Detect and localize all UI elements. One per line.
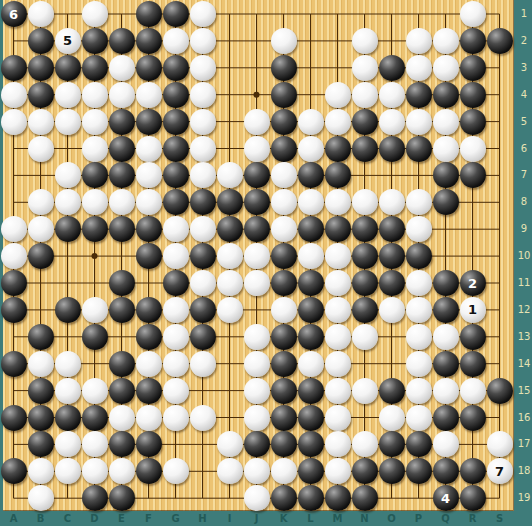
stone[interactable] [82,162,108,188]
stone[interactable] [433,136,459,162]
stone[interactable] [136,82,162,108]
stone[interactable] [109,485,135,511]
stone[interactable] [1,405,27,431]
stone[interactable] [298,297,324,323]
stone[interactable] [352,55,378,81]
stone[interactable] [271,28,297,54]
stone[interactable] [82,1,108,27]
stone[interactable] [190,243,216,269]
stone[interactable] [136,28,162,54]
stone[interactable] [163,216,189,242]
stone[interactable] [244,324,270,350]
stone[interactable] [244,378,270,404]
row-label: 10 [516,250,532,261]
stone[interactable] [352,109,378,135]
stone[interactable] [244,136,270,162]
stone[interactable] [298,405,324,431]
stone[interactable] [433,297,459,323]
stone[interactable] [298,270,324,296]
stone[interactable] [352,28,378,54]
stone[interactable] [28,243,54,269]
stone[interactable] [271,297,297,323]
stone[interactable] [298,162,324,188]
stone[interactable] [163,324,189,350]
stone[interactable] [352,243,378,269]
stone[interactable] [325,189,351,215]
stone[interactable] [244,405,270,431]
stone[interactable] [1,297,27,323]
stone[interactable] [109,109,135,135]
stone[interactable] [136,351,162,377]
stone[interactable] [163,405,189,431]
stone[interactable] [406,297,432,323]
stone[interactable] [406,431,432,457]
stone[interactable] [190,162,216,188]
stone[interactable] [298,378,324,404]
stone[interactable] [163,136,189,162]
stone[interactable] [271,189,297,215]
stone[interactable] [271,378,297,404]
stone[interactable] [55,189,81,215]
stone[interactable] [460,458,486,484]
stone[interactable] [190,216,216,242]
stone[interactable] [379,458,405,484]
stone[interactable] [271,162,297,188]
stone[interactable] [352,82,378,108]
stone[interactable] [244,431,270,457]
stone[interactable] [244,189,270,215]
stone[interactable] [298,136,324,162]
stone[interactable] [325,405,351,431]
stone[interactable] [28,28,54,54]
stone[interactable] [163,55,189,81]
stone[interactable] [217,270,243,296]
stone[interactable] [55,378,81,404]
stone[interactable] [244,216,270,242]
stone[interactable] [433,458,459,484]
stone[interactable] [406,243,432,269]
stone[interactable] [109,82,135,108]
numbered-move-stone[interactable]: 7 [487,458,513,484]
column-label: G [168,513,184,524]
stone[interactable] [406,458,432,484]
stone[interactable] [217,458,243,484]
stone[interactable] [406,28,432,54]
stone[interactable] [82,216,108,242]
stone[interactable] [136,189,162,215]
stone[interactable] [190,270,216,296]
stone[interactable] [433,109,459,135]
row-label: 3 [516,62,532,73]
stone[interactable] [82,405,108,431]
stone[interactable] [190,28,216,54]
stone[interactable] [82,28,108,54]
stone[interactable] [298,431,324,457]
stone[interactable] [460,28,486,54]
stone[interactable] [28,324,54,350]
stone[interactable] [460,351,486,377]
stone[interactable] [55,405,81,431]
stone[interactable] [406,378,432,404]
stone[interactable] [82,297,108,323]
stone[interactable] [379,109,405,135]
stone[interactable] [325,431,351,457]
stone[interactable] [82,55,108,81]
stone[interactable] [460,405,486,431]
stone[interactable] [460,109,486,135]
stone[interactable] [82,82,108,108]
stone[interactable] [55,458,81,484]
stone[interactable] [379,189,405,215]
stone[interactable] [433,270,459,296]
stone[interactable] [28,458,54,484]
stone[interactable] [28,485,54,511]
stone[interactable] [244,458,270,484]
stone[interactable] [352,136,378,162]
stone[interactable] [28,216,54,242]
stone[interactable] [28,55,54,81]
stone[interactable] [136,109,162,135]
stone[interactable] [109,136,135,162]
stone[interactable] [325,136,351,162]
stone[interactable] [406,109,432,135]
stone[interactable] [271,324,297,350]
stone[interactable] [136,405,162,431]
stone[interactable] [325,216,351,242]
stone[interactable] [217,216,243,242]
row-label: 2 [516,35,532,46]
stone[interactable] [109,297,135,323]
stone[interactable] [325,324,351,350]
column-label: B [33,513,49,524]
stone[interactable] [460,136,486,162]
stone[interactable] [379,270,405,296]
stone[interactable] [163,28,189,54]
stone[interactable] [109,28,135,54]
column-label: D [87,513,103,524]
stone[interactable] [1,55,27,81]
column-label: O [384,513,400,524]
row-label: 14 [516,358,532,369]
stone[interactable] [163,109,189,135]
stone[interactable] [298,324,324,350]
stone[interactable] [1,216,27,242]
stone[interactable] [136,55,162,81]
stone[interactable] [136,1,162,27]
stone[interactable] [190,351,216,377]
stone[interactable] [433,162,459,188]
stone[interactable] [190,1,216,27]
stone[interactable] [82,485,108,511]
stone[interactable] [1,109,27,135]
stone[interactable] [460,1,486,27]
stone[interactable] [244,162,270,188]
stone[interactable] [244,270,270,296]
stone[interactable] [379,55,405,81]
stone[interactable] [190,109,216,135]
stone[interactable] [1,458,27,484]
stone[interactable] [55,431,81,457]
stone[interactable] [136,243,162,269]
row-label: 19 [516,492,532,503]
stone[interactable] [433,378,459,404]
column-label: M [330,513,346,524]
stone[interactable] [109,162,135,188]
stone[interactable] [325,270,351,296]
stone[interactable] [271,55,297,81]
stone[interactable] [190,82,216,108]
stone[interactable] [325,82,351,108]
stone[interactable] [406,405,432,431]
stone[interactable] [298,485,324,511]
stone[interactable] [217,243,243,269]
stone[interactable] [298,458,324,484]
stone[interactable] [406,216,432,242]
stone[interactable] [109,458,135,484]
stone[interactable] [1,82,27,108]
stone[interactable] [460,324,486,350]
stone[interactable] [298,243,324,269]
stone[interactable] [460,485,486,511]
stone[interactable] [271,270,297,296]
stone[interactable] [352,458,378,484]
stone[interactable] [55,82,81,108]
column-label: P [411,513,427,524]
numbered-move-stone[interactable]: 6 [1,1,27,27]
stone[interactable] [28,136,54,162]
stone[interactable] [271,82,297,108]
stone[interactable] [28,109,54,135]
stone[interactable] [379,405,405,431]
stone[interactable] [379,136,405,162]
row-label: 6 [516,143,532,154]
numbered-move-stone[interactable]: 4 [433,485,459,511]
stone[interactable] [325,162,351,188]
stone[interactable] [55,216,81,242]
column-label: F [141,513,157,524]
stone[interactable] [28,431,54,457]
stone[interactable] [325,351,351,377]
stone[interactable] [28,82,54,108]
stone[interactable] [352,378,378,404]
stone[interactable] [406,82,432,108]
stone[interactable] [109,378,135,404]
stone[interactable] [379,431,405,457]
row-label: 5 [516,116,532,127]
stone[interactable] [352,297,378,323]
stone[interactable] [298,189,324,215]
stone[interactable] [82,109,108,135]
stone[interactable] [163,458,189,484]
stone[interactable] [28,351,54,377]
stone[interactable] [406,324,432,350]
stone[interactable] [352,270,378,296]
stone[interactable] [82,458,108,484]
numbered-move-stone[interactable]: 5 [55,28,81,54]
stone[interactable] [352,431,378,457]
stone[interactable] [217,297,243,323]
stone[interactable] [163,270,189,296]
stone[interactable] [109,431,135,457]
stone[interactable] [109,351,135,377]
stone[interactable] [406,189,432,215]
stone[interactable] [217,431,243,457]
stone[interactable] [271,431,297,457]
column-label: K [276,513,292,524]
stone[interactable] [190,55,216,81]
stone[interactable] [244,109,270,135]
row-label: 16 [516,412,532,423]
stone[interactable] [109,405,135,431]
stone[interactable] [136,431,162,457]
stone[interactable] [1,351,27,377]
stone[interactable] [217,189,243,215]
row-label: 4 [516,89,532,100]
stone[interactable] [28,405,54,431]
stone[interactable] [325,109,351,135]
stone[interactable] [460,55,486,81]
stone[interactable] [1,243,27,269]
stone[interactable] [352,189,378,215]
stone[interactable] [55,162,81,188]
stone[interactable] [352,324,378,350]
stone[interactable] [271,351,297,377]
stone[interactable] [460,82,486,108]
stone[interactable] [433,82,459,108]
stone[interactable] [55,55,81,81]
row-label: 18 [516,465,532,476]
stone[interactable] [352,485,378,511]
stone[interactable] [136,162,162,188]
stone[interactable] [379,216,405,242]
stone[interactable] [379,297,405,323]
stone[interactable] [271,485,297,511]
stone[interactable] [298,216,324,242]
stone[interactable] [190,324,216,350]
stone[interactable] [433,189,459,215]
stone[interactable] [163,1,189,27]
stone[interactable] [82,189,108,215]
stone[interactable] [109,189,135,215]
stone[interactable] [163,189,189,215]
stone[interactable] [136,136,162,162]
stone[interactable] [136,458,162,484]
stone[interactable] [28,1,54,27]
row-label: 9 [516,223,532,234]
column-label: Q [438,513,454,524]
stone[interactable] [28,378,54,404]
stone[interactable] [163,82,189,108]
stone[interactable] [190,189,216,215]
stone[interactable] [406,351,432,377]
stone[interactable] [136,324,162,350]
stone[interactable] [190,136,216,162]
stone[interactable] [433,28,459,54]
stone[interactable] [109,270,135,296]
stone[interactable] [433,351,459,377]
stone[interactable] [433,405,459,431]
stone[interactable] [406,55,432,81]
stone[interactable] [379,243,405,269]
column-label: A [6,513,22,524]
stone[interactable] [82,136,108,162]
stone[interactable] [406,136,432,162]
stone[interactable] [271,109,297,135]
stone[interactable] [325,458,351,484]
column-label: J [249,513,265,524]
stone[interactable] [190,297,216,323]
stone[interactable] [298,351,324,377]
stone[interactable] [325,378,351,404]
column-label: C [60,513,76,524]
stone[interactable] [82,324,108,350]
stone[interactable] [217,162,243,188]
stone[interactable] [163,351,189,377]
stone[interactable] [190,405,216,431]
stone[interactable] [325,243,351,269]
stone[interactable] [487,28,513,54]
stone[interactable] [433,55,459,81]
stone[interactable] [352,216,378,242]
numbered-move-stone[interactable]: 2 [460,270,486,296]
go-app-window: 652174 12345678910111213141516171819 ABC… [0,0,532,526]
stone[interactable] [1,270,27,296]
stone[interactable] [244,243,270,269]
stone[interactable] [136,216,162,242]
stone[interactable] [406,270,432,296]
stone[interactable] [325,485,351,511]
stone[interactable] [244,485,270,511]
stone[interactable] [271,458,297,484]
stone[interactable] [55,351,81,377]
stone[interactable] [487,378,513,404]
stone[interactable] [460,378,486,404]
stone[interactable] [82,378,108,404]
stone[interactable] [433,324,459,350]
stone[interactable] [298,109,324,135]
stone[interactable] [109,55,135,81]
stone[interactable] [460,162,486,188]
column-label: S [492,513,508,524]
stone[interactable] [55,109,81,135]
stone[interactable] [163,162,189,188]
row-label: 11 [516,277,532,288]
stone[interactable] [28,189,54,215]
stone[interactable] [163,378,189,404]
stone[interactable] [163,297,189,323]
row-label: 12 [516,304,532,315]
stone[interactable] [325,297,351,323]
stone[interactable] [82,431,108,457]
stone[interactable] [271,216,297,242]
stone[interactable] [163,243,189,269]
stone[interactable] [136,297,162,323]
numbered-move-stone[interactable]: 1 [460,297,486,323]
stone[interactable] [487,431,513,457]
stone[interactable] [271,405,297,431]
stone[interactable] [379,82,405,108]
stone[interactable] [271,136,297,162]
column-label: I [222,513,238,524]
stone[interactable] [244,351,270,377]
stone[interactable] [379,378,405,404]
stone[interactable] [55,297,81,323]
stone[interactable] [271,243,297,269]
stone[interactable] [109,216,135,242]
stone[interactable] [136,378,162,404]
stone[interactable] [433,431,459,457]
column-label: R [465,513,481,524]
